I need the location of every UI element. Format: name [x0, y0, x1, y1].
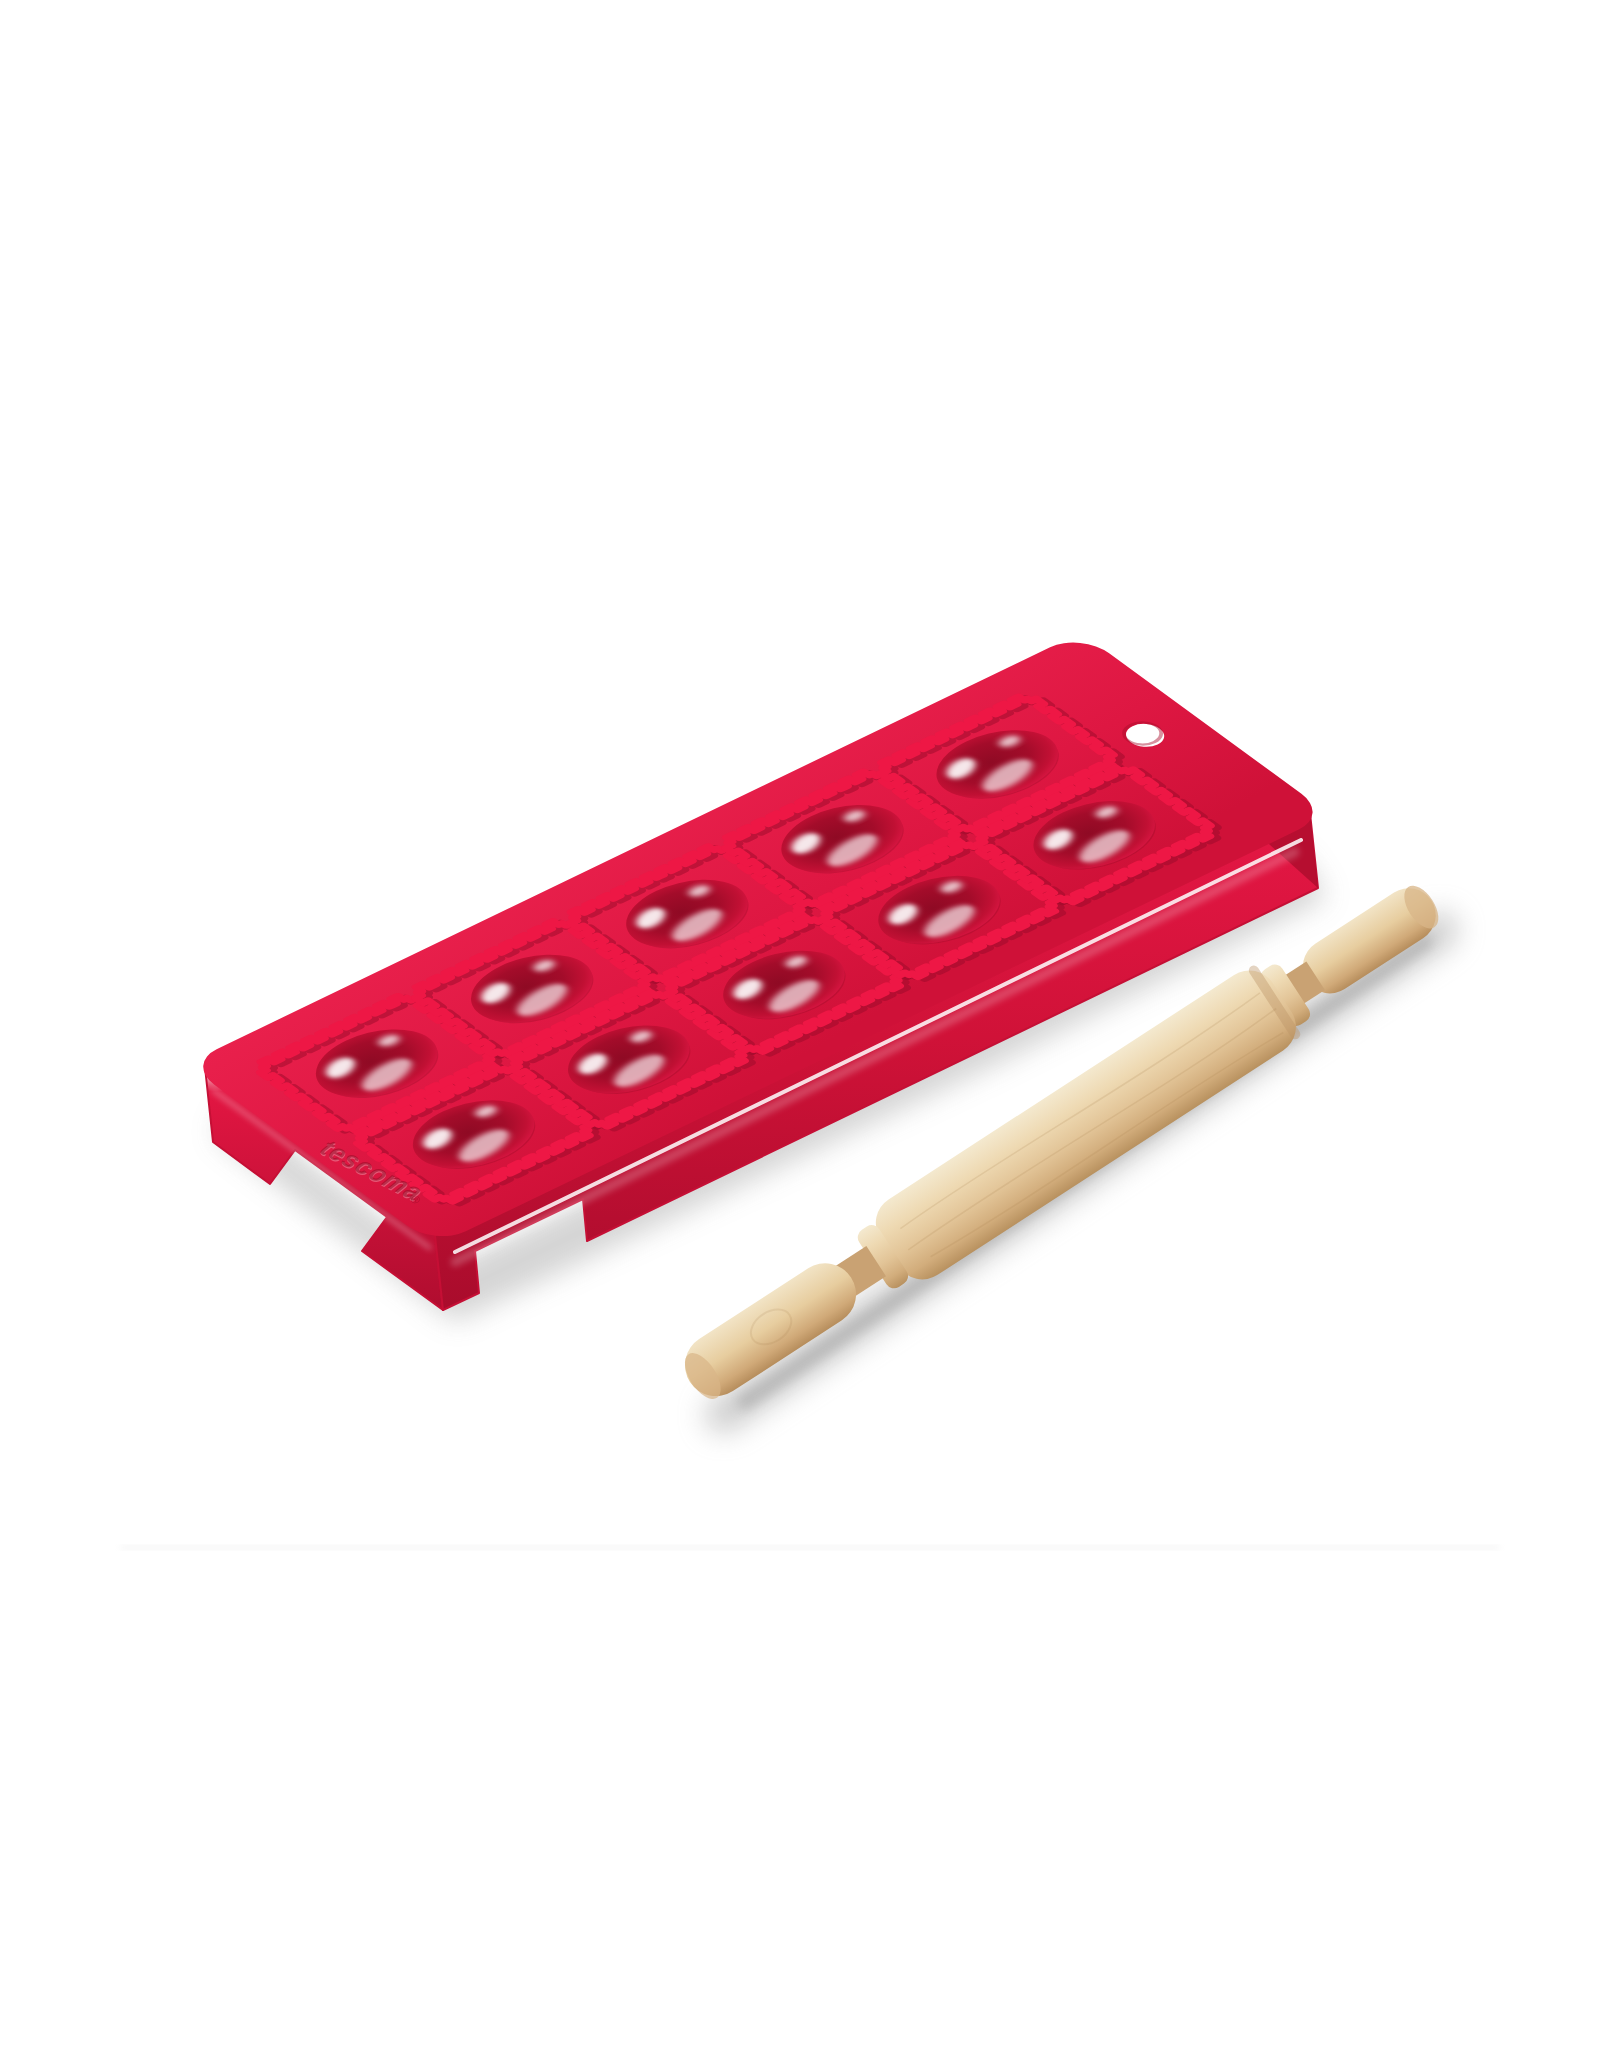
- product-photo-stage: tescoma tescoma ®: [0, 0, 1600, 2048]
- ravioli-mold-tray: tescoma tescoma ®: [186, 632, 1330, 1322]
- background-shadow-streak: [120, 1546, 1500, 1549]
- product-photo: tescoma tescoma ®: [0, 0, 1600, 2048]
